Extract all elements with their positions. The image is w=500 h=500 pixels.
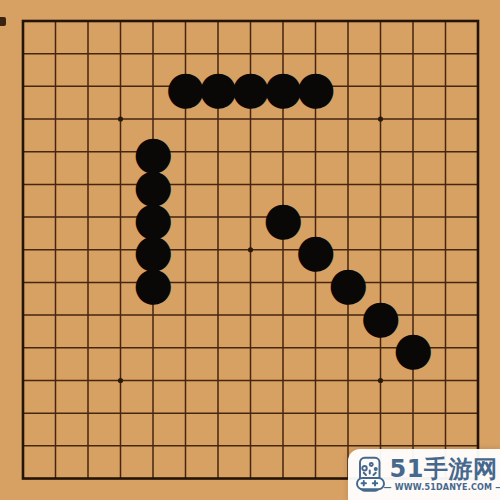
black-stone[interactable]: ● <box>299 70 332 103</box>
watermark-texts: 51手游网 — WWW.51DANYE.COM — <box>390 457 497 493</box>
stones-layer: ●●●●●●●●●●●●●●● <box>0 0 500 500</box>
watermark-badge: 51手游网 — WWW.51DANYE.COM — <box>348 449 500 500</box>
watermark-site-name: 51手游网 <box>390 457 498 482</box>
black-stone[interactable]: ● <box>397 331 430 364</box>
gomoku-board-screenshot: ●●●●●●●●●●●●●●● 51手游网 — WWW.51DANYE.COM … <box>0 0 500 500</box>
black-stone[interactable]: ● <box>137 266 170 299</box>
watermark-url: — WWW.51DANYE.COM — <box>384 483 500 493</box>
image-edge-artifact <box>0 17 6 26</box>
phone-game-controller-icon <box>354 454 387 496</box>
